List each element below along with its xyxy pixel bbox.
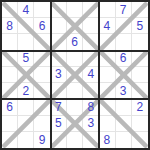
cell-r1c2[interactable]: 4	[18, 2, 34, 18]
cell-r3c9[interactable]	[132, 34, 148, 50]
cell-r3c8[interactable]	[116, 34, 132, 50]
cell-r6c8[interactable]: 3	[116, 83, 132, 99]
cell-r2c7[interactable]: 4	[99, 18, 115, 34]
cell-r7c1[interactable]: 6	[2, 99, 18, 115]
cell-r1c3[interactable]	[34, 2, 50, 18]
cell-r2c8[interactable]	[116, 18, 132, 34]
cell-r2c4[interactable]	[51, 18, 67, 34]
cell-r9c1[interactable]	[2, 132, 18, 148]
cell-r1c5[interactable]	[67, 2, 83, 18]
given-digit: 4	[87, 68, 94, 80]
cell-r5c5[interactable]	[67, 67, 83, 83]
cell-r4c8[interactable]: 6	[116, 51, 132, 67]
cell-r4c6[interactable]	[83, 51, 99, 67]
cell-r5c9[interactable]	[132, 67, 148, 83]
cell-r4c2[interactable]: 5	[18, 51, 34, 67]
cell-r6c5[interactable]	[67, 83, 83, 99]
cell-r5c2[interactable]	[18, 67, 34, 83]
cell-r8c1[interactable]	[2, 116, 18, 132]
sudoku-grid: 478645656342367825398	[2, 2, 148, 148]
cell-r5c4[interactable]: 3	[51, 67, 67, 83]
cell-r9c7[interactable]: 8	[99, 132, 115, 148]
cell-r7c3[interactable]	[34, 99, 50, 115]
cell-r9c2[interactable]	[18, 132, 34, 148]
cell-r1c9[interactable]	[132, 2, 148, 18]
cell-r8c7[interactable]	[99, 116, 115, 132]
cell-r3c7[interactable]	[99, 34, 115, 50]
cell-r3c2[interactable]	[18, 34, 34, 50]
sudoku-board: 478645656342367825398	[0, 0, 150, 150]
cell-r8c9[interactable]	[132, 116, 148, 132]
cell-r7c8[interactable]	[116, 99, 132, 115]
given-digit: 9	[39, 134, 46, 146]
cell-r9c9[interactable]	[132, 132, 148, 148]
cell-r8c4[interactable]: 5	[51, 116, 67, 132]
cell-r2c6[interactable]	[83, 18, 99, 34]
cell-r9c5[interactable]	[67, 132, 83, 148]
cell-r1c1[interactable]	[2, 2, 18, 18]
cell-r7c9[interactable]: 2	[132, 99, 148, 115]
cell-r2c3[interactable]: 6	[34, 18, 50, 34]
cell-r7c5[interactable]	[67, 99, 83, 115]
given-digit: 6	[39, 20, 46, 32]
cell-r1c4[interactable]	[51, 2, 67, 18]
given-digit: 7	[55, 101, 62, 113]
given-digit: 5	[22, 52, 29, 64]
cell-r4c4[interactable]	[51, 51, 67, 67]
cell-r6c3[interactable]	[34, 83, 50, 99]
cell-r6c1[interactable]	[2, 83, 18, 99]
cell-r8c8[interactable]	[116, 116, 132, 132]
cell-r3c1[interactable]	[2, 34, 18, 50]
cell-r4c1[interactable]	[2, 51, 18, 67]
cell-r5c7[interactable]	[99, 67, 115, 83]
given-digit: 2	[22, 85, 29, 97]
cell-r3c5[interactable]: 6	[67, 34, 83, 50]
cell-r1c7[interactable]	[99, 2, 115, 18]
given-digit: 8	[87, 101, 94, 113]
cell-r7c2[interactable]	[18, 99, 34, 115]
cell-r4c9[interactable]	[132, 51, 148, 67]
cell-r5c1[interactable]	[2, 67, 18, 83]
cell-r2c1[interactable]: 8	[2, 18, 18, 34]
cell-r9c3[interactable]: 9	[34, 132, 50, 148]
cell-r8c2[interactable]	[18, 116, 34, 132]
cell-r3c4[interactable]	[51, 34, 67, 50]
cell-r8c6[interactable]: 3	[83, 116, 99, 132]
cell-r6c4[interactable]	[51, 83, 67, 99]
cell-r6c9[interactable]	[132, 83, 148, 99]
cell-r2c2[interactable]	[18, 18, 34, 34]
given-digit: 3	[87, 117, 94, 129]
given-digit: 6	[6, 101, 13, 113]
given-digit: 2	[137, 101, 144, 113]
cell-r3c3[interactable]	[34, 34, 50, 50]
cell-r4c3[interactable]	[34, 51, 50, 67]
given-digit: 7	[120, 4, 127, 16]
cell-r9c6[interactable]	[83, 132, 99, 148]
cell-r1c6[interactable]	[83, 2, 99, 18]
given-digit: 8	[6, 20, 13, 32]
given-digit: 3	[55, 68, 62, 80]
cell-r7c6[interactable]: 8	[83, 99, 99, 115]
cell-r5c3[interactable]	[34, 67, 50, 83]
cell-r3c6[interactable]	[83, 34, 99, 50]
cell-r6c2[interactable]: 2	[18, 83, 34, 99]
given-digit: 6	[120, 52, 127, 64]
cell-r4c7[interactable]	[99, 51, 115, 67]
given-digit: 4	[104, 20, 111, 32]
cell-r9c8[interactable]	[116, 132, 132, 148]
cell-r8c5[interactable]	[67, 116, 83, 132]
cell-r2c9[interactable]: 5	[132, 18, 148, 34]
cell-r4c5[interactable]	[67, 51, 83, 67]
cell-r6c6[interactable]	[83, 83, 99, 99]
given-digit: 8	[104, 134, 111, 146]
cell-r7c4[interactable]: 7	[51, 99, 67, 115]
cell-r6c7[interactable]	[99, 83, 115, 99]
given-digit: 5	[137, 20, 144, 32]
cell-r7c7[interactable]	[99, 99, 115, 115]
given-digit: 4	[22, 4, 29, 16]
given-digit: 5	[55, 117, 62, 129]
given-digit: 3	[120, 85, 127, 97]
given-digit: 6	[71, 36, 78, 48]
cell-r1c8[interactable]: 7	[116, 2, 132, 18]
cell-r8c3[interactable]	[34, 116, 50, 132]
cell-r2c5[interactable]	[67, 18, 83, 34]
cell-r5c6[interactable]: 4	[83, 67, 99, 83]
cell-r9c4[interactable]	[51, 132, 67, 148]
cell-r5c8[interactable]	[116, 67, 132, 83]
